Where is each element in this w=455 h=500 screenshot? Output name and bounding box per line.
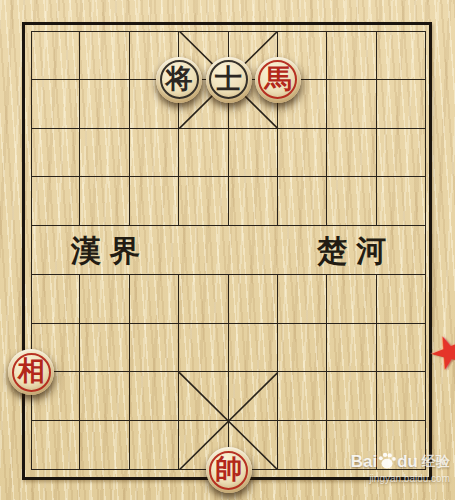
board-cell [377, 275, 426, 324]
board-cell [377, 31, 426, 80]
board-cell [130, 421, 179, 470]
board-cell [229, 324, 278, 373]
board-cell [278, 421, 327, 470]
piece-red-elephant[interactable]: 相 [8, 349, 54, 395]
piece-black-advisor[interactable]: 士 [206, 57, 252, 103]
board-cell [179, 275, 228, 324]
board-cell [130, 275, 179, 324]
river-label-left: 漢界 [71, 230, 149, 271]
board-cell [179, 129, 228, 178]
board-cell [327, 129, 376, 178]
board-cell [130, 129, 179, 178]
board-cell [31, 80, 80, 129]
board-cell [229, 177, 278, 226]
board-cell [130, 324, 179, 373]
board-cell [229, 129, 278, 178]
board-cell [80, 129, 129, 178]
board-cell [278, 372, 327, 421]
board-cell [130, 372, 179, 421]
board-cell [229, 226, 278, 275]
board-cell [80, 324, 129, 373]
board-cell [278, 177, 327, 226]
piece-glyph: 馬 [264, 66, 291, 93]
piece-glyph: 相 [18, 358, 45, 385]
board-cell [327, 177, 376, 226]
piece-red-horse[interactable]: 馬 [255, 57, 301, 103]
watermark-url: jingyan.baidu.com [351, 473, 450, 484]
watermark-product: 经验 [422, 453, 450, 471]
board-cell [179, 226, 228, 275]
watermark-brand-prefix: Bai [351, 452, 377, 472]
piece-black-general[interactable]: 将 [156, 57, 202, 103]
board-cell [377, 129, 426, 178]
board-cell [278, 129, 327, 178]
board-cell [80, 177, 129, 226]
board-cell [80, 421, 129, 470]
piece-glyph: 将 [166, 66, 193, 93]
board-cell [377, 80, 426, 129]
board-cell [327, 372, 376, 421]
board-cell [179, 324, 228, 373]
board-cell [229, 275, 278, 324]
board-cell [327, 80, 376, 129]
board-cell [80, 275, 129, 324]
board-cell [377, 324, 426, 373]
watermark-brand-suffix: du [397, 452, 418, 472]
board-cell [31, 177, 80, 226]
piece-red-general[interactable]: 帥 [206, 447, 252, 493]
baidu-paw-icon [377, 452, 397, 469]
board-cell [327, 275, 376, 324]
xiangqi-board[interactable]: 漢界 楚河 将士馬相帥 [31, 31, 426, 470]
board-cell [327, 324, 376, 373]
board-cell [31, 31, 80, 80]
board-cell [31, 129, 80, 178]
board-cell [179, 372, 228, 421]
board-cell [327, 31, 376, 80]
board-cell [31, 421, 80, 470]
piece-glyph: 帥 [215, 456, 242, 483]
baidu-jingyan-watermark: Bai du 经验 jingyan.baidu.com [351, 452, 450, 484]
board-cell [377, 177, 426, 226]
board-cell [377, 372, 426, 421]
board-cell [278, 324, 327, 373]
board-cell [80, 372, 129, 421]
board-cell [80, 31, 129, 80]
board-cell [130, 177, 179, 226]
board-cell [80, 80, 129, 129]
board-cell [31, 275, 80, 324]
board-cell [179, 177, 228, 226]
board-cell [229, 372, 278, 421]
piece-glyph: 士 [215, 66, 242, 93]
river-label-right: 楚河 [317, 230, 395, 271]
board-cell [278, 275, 327, 324]
